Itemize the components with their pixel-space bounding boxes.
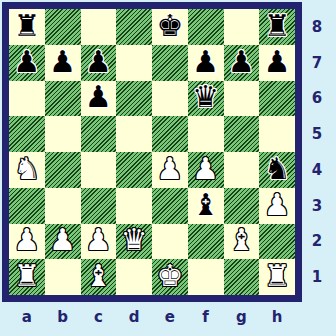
file-label-b: b — [45, 304, 81, 330]
square-e1[interactable]: ♚ — [152, 259, 188, 295]
square-e5[interactable] — [152, 116, 188, 152]
square-c5[interactable] — [81, 116, 117, 152]
black-pawn-piece[interactable]: ♟ — [192, 47, 219, 77]
square-f6[interactable]: ♛ — [188, 81, 224, 117]
square-d6[interactable] — [116, 81, 152, 117]
square-d1[interactable] — [116, 259, 152, 295]
white-pawn-piece[interactable]: ♟ — [13, 225, 40, 255]
rank-label-8: 8 — [302, 9, 332, 45]
file-labels: a b c d e f g h — [9, 304, 295, 330]
rank-label-3: 3 — [302, 188, 332, 224]
chess-diagram: ♜♚♜♟♟♟♟♟♟♟♛♞♟♟♞♝♟♟♟♟♛♝♜♝♚♜ 8 7 6 5 4 3 2… — [0, 0, 336, 336]
black-pawn-piece[interactable]: ♟ — [264, 47, 291, 77]
square-a4[interactable]: ♞ — [9, 152, 45, 188]
rank-label-2: 2 — [302, 224, 332, 260]
square-d4[interactable] — [116, 152, 152, 188]
file-label-a: a — [9, 304, 45, 330]
black-pawn-piece[interactable]: ♟ — [228, 47, 255, 77]
board-frame: ♜♚♜♟♟♟♟♟♟♟♛♞♟♟♞♝♟♟♟♟♛♝♜♝♚♜ — [2, 2, 302, 302]
square-e8[interactable]: ♚ — [152, 9, 188, 45]
square-e2[interactable] — [152, 224, 188, 260]
black-bishop-piece[interactable]: ♝ — [192, 190, 219, 220]
white-pawn-piece[interactable]: ♟ — [49, 225, 76, 255]
black-pawn-piece[interactable]: ♟ — [85, 47, 112, 77]
black-rook-piece[interactable]: ♜ — [264, 11, 291, 41]
square-c6[interactable]: ♟ — [81, 81, 117, 117]
black-rook-piece[interactable]: ♜ — [13, 11, 40, 41]
white-bishop-piece[interactable]: ♝ — [228, 225, 255, 255]
square-h3[interactable]: ♟ — [259, 188, 295, 224]
rank-labels: 8 7 6 5 4 3 2 1 — [302, 9, 332, 295]
square-f2[interactable] — [188, 224, 224, 260]
square-g1[interactable] — [224, 259, 260, 295]
square-d7[interactable] — [116, 45, 152, 81]
rank-label-6: 6 — [302, 81, 332, 117]
square-a1[interactable]: ♜ — [9, 259, 45, 295]
square-h2[interactable] — [259, 224, 295, 260]
square-a2[interactable]: ♟ — [9, 224, 45, 260]
square-h7[interactable]: ♟ — [259, 45, 295, 81]
square-b4[interactable] — [45, 152, 81, 188]
white-rook-piece[interactable]: ♜ — [13, 261, 40, 291]
file-label-d: d — [116, 304, 152, 330]
square-c8[interactable] — [81, 9, 117, 45]
square-h1[interactable]: ♜ — [259, 259, 295, 295]
square-e7[interactable] — [152, 45, 188, 81]
white-knight-piece[interactable]: ♞ — [13, 154, 40, 184]
square-a6[interactable] — [9, 81, 45, 117]
square-b3[interactable] — [45, 188, 81, 224]
square-a3[interactable] — [9, 188, 45, 224]
file-label-h: h — [259, 304, 295, 330]
square-f5[interactable] — [188, 116, 224, 152]
square-g5[interactable] — [224, 116, 260, 152]
rank-label-4: 4 — [302, 152, 332, 188]
black-queen-piece[interactable]: ♛ — [192, 82, 219, 112]
square-h5[interactable] — [259, 116, 295, 152]
file-label-f: f — [188, 304, 224, 330]
square-g6[interactable] — [224, 81, 260, 117]
square-a8[interactable]: ♜ — [9, 9, 45, 45]
white-king-piece[interactable]: ♚ — [156, 261, 183, 291]
file-label-e: e — [152, 304, 188, 330]
square-h4[interactable]: ♞ — [259, 152, 295, 188]
square-h8[interactable]: ♜ — [259, 9, 295, 45]
square-g4[interactable] — [224, 152, 260, 188]
black-knight-piece[interactable]: ♞ — [264, 154, 291, 184]
square-b5[interactable] — [45, 116, 81, 152]
black-king-piece[interactable]: ♚ — [156, 11, 183, 41]
white-pawn-piece[interactable]: ♟ — [156, 154, 183, 184]
board: ♜♚♜♟♟♟♟♟♟♟♛♞♟♟♞♝♟♟♟♟♛♝♜♝♚♜ — [9, 9, 295, 295]
square-h6[interactable] — [259, 81, 295, 117]
white-queen-piece[interactable]: ♛ — [121, 225, 148, 255]
square-g2[interactable]: ♝ — [224, 224, 260, 260]
rank-label-7: 7 — [302, 45, 332, 81]
rank-label-1: 1 — [302, 259, 332, 295]
file-label-c: c — [81, 304, 117, 330]
square-d8[interactable] — [116, 9, 152, 45]
square-f4[interactable]: ♟ — [188, 152, 224, 188]
square-c4[interactable] — [81, 152, 117, 188]
black-pawn-piece[interactable]: ♟ — [85, 82, 112, 112]
square-c3[interactable] — [81, 188, 117, 224]
square-f7[interactable]: ♟ — [188, 45, 224, 81]
square-a5[interactable] — [9, 116, 45, 152]
square-b2[interactable]: ♟ — [45, 224, 81, 260]
rank-label-5: 5 — [302, 116, 332, 152]
square-b8[interactable] — [45, 9, 81, 45]
white-pawn-piece[interactable]: ♟ — [264, 190, 291, 220]
square-g3[interactable] — [224, 188, 260, 224]
square-b7[interactable]: ♟ — [45, 45, 81, 81]
white-bishop-piece[interactable]: ♝ — [85, 261, 112, 291]
black-pawn-piece[interactable]: ♟ — [49, 47, 76, 77]
square-g7[interactable]: ♟ — [224, 45, 260, 81]
square-c2[interactable]: ♟ — [81, 224, 117, 260]
square-e6[interactable] — [152, 81, 188, 117]
square-f3[interactable]: ♝ — [188, 188, 224, 224]
white-pawn-piece[interactable]: ♟ — [192, 154, 219, 184]
file-label-g: g — [224, 304, 260, 330]
square-d2[interactable]: ♛ — [116, 224, 152, 260]
square-c7[interactable]: ♟ — [81, 45, 117, 81]
square-e4[interactable]: ♟ — [152, 152, 188, 188]
black-pawn-piece[interactable]: ♟ — [13, 47, 40, 77]
square-b6[interactable] — [45, 81, 81, 117]
square-b1[interactable] — [45, 259, 81, 295]
square-d3[interactable] — [116, 188, 152, 224]
square-e3[interactable] — [152, 188, 188, 224]
square-f8[interactable] — [188, 9, 224, 45]
square-g8[interactable] — [224, 9, 260, 45]
square-c1[interactable]: ♝ — [81, 259, 117, 295]
square-a7[interactable]: ♟ — [9, 45, 45, 81]
white-rook-piece[interactable]: ♜ — [264, 261, 291, 291]
white-pawn-piece[interactable]: ♟ — [85, 225, 112, 255]
square-d5[interactable] — [116, 116, 152, 152]
square-f1[interactable] — [188, 259, 224, 295]
